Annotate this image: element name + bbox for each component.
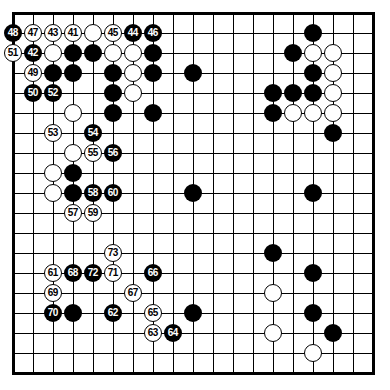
board-cell: [143, 43, 163, 63]
board-cell: [103, 3, 123, 23]
white-stone: 61: [44, 264, 62, 282]
board-cell: [363, 123, 383, 143]
white-stone: [324, 104, 342, 122]
board-cell: [63, 283, 83, 303]
white-stone: 55: [84, 144, 102, 162]
white-stone: 73: [104, 244, 122, 262]
board-cell: [263, 243, 283, 263]
board-cell: [43, 323, 63, 343]
board-cell: [163, 263, 183, 283]
board-cell: [203, 3, 223, 23]
board-cell: [83, 303, 103, 323]
board-cell: [263, 63, 283, 83]
move-number: 57: [68, 208, 78, 218]
black-stone: [304, 24, 322, 42]
board-cell: [323, 303, 343, 323]
white-stone: [324, 84, 342, 102]
board-cell: [243, 43, 263, 63]
move-number: 64: [168, 328, 178, 338]
board-cell: [83, 283, 103, 303]
white-stone: [44, 44, 62, 62]
board-cell: [323, 63, 343, 83]
board-cell: [283, 343, 303, 363]
board-cell: [323, 283, 343, 303]
board-cell: [283, 363, 303, 383]
black-stone: [324, 324, 342, 342]
board-cell: [3, 343, 23, 363]
board-cell: [203, 83, 223, 103]
board-cell: [43, 103, 63, 123]
board-cell: [63, 143, 83, 163]
board-cell: 70: [43, 303, 63, 323]
board-cell: [223, 43, 243, 63]
board-cell: [263, 183, 283, 203]
white-stone: [64, 104, 82, 122]
board-cell: [263, 123, 283, 143]
move-number: 51: [8, 48, 18, 58]
white-stone: [284, 104, 302, 122]
board-cell: 67: [123, 283, 143, 303]
board-cell: [163, 303, 183, 323]
board-cell: [363, 303, 383, 323]
board-cell: [163, 63, 183, 83]
board-cell: [143, 103, 163, 123]
board-cell: [23, 103, 43, 123]
move-number: 61: [48, 268, 58, 278]
board-cell: [323, 163, 343, 183]
board-cell: [123, 363, 143, 383]
board-cell: [23, 343, 43, 363]
board-cell: [163, 163, 183, 183]
board-cell: [83, 363, 103, 383]
board-cell: [343, 63, 363, 83]
black-stone: [104, 64, 122, 82]
board-cell: [263, 83, 283, 103]
black-stone: [184, 304, 202, 322]
board-cell: [343, 243, 363, 263]
white-stone: 71: [104, 264, 122, 282]
board-cell: [223, 163, 243, 183]
board-cell: 60: [103, 183, 123, 203]
white-stone: [264, 324, 282, 342]
board-cell: 43: [43, 23, 63, 43]
move-number: 50: [28, 88, 38, 98]
board-cell: [103, 163, 123, 183]
board-cell: [123, 323, 143, 343]
black-stone: [304, 84, 322, 102]
board-cell: [103, 343, 123, 363]
board-cell: [283, 43, 303, 63]
board-cell: [143, 223, 163, 243]
board-cell: [303, 3, 323, 23]
black-stone: 66: [144, 264, 162, 282]
board-cell: [83, 103, 103, 123]
board-cell: [303, 203, 323, 223]
board-cell: [363, 243, 383, 263]
board-cell: 49: [23, 63, 43, 83]
board-cell: [83, 163, 103, 183]
move-number: 56: [108, 148, 118, 158]
board-cell: [223, 243, 243, 263]
board-cell: [263, 3, 283, 23]
board-cell: [363, 343, 383, 363]
move-number: 60: [108, 188, 118, 198]
board-cell: [343, 343, 363, 363]
black-stone: [144, 104, 162, 122]
board-cell: [343, 323, 363, 343]
board-cell: [203, 123, 223, 143]
black-stone: [64, 44, 82, 62]
board-cell: [123, 83, 143, 103]
board-cell: 41: [63, 23, 83, 43]
board-cell: 55: [83, 143, 103, 163]
board-cell: [263, 203, 283, 223]
board-cell: [163, 143, 183, 163]
board-cell: [183, 323, 203, 343]
white-stone: [304, 44, 322, 62]
board-cell: 51: [3, 43, 23, 63]
board-cell: 72: [83, 263, 103, 283]
board-cell: [83, 343, 103, 363]
board-cell: [123, 163, 143, 183]
black-stone: 64: [164, 324, 182, 342]
board-cell: [143, 143, 163, 163]
board-cell: [363, 203, 383, 223]
board-cell: 65: [143, 303, 163, 323]
board-cell: [203, 243, 223, 263]
board-cell: [63, 223, 83, 243]
board-cell: [183, 3, 203, 23]
board-cell: [223, 103, 243, 123]
board-cell: [303, 63, 323, 83]
board-cell: [283, 123, 303, 143]
board-cell: [243, 83, 263, 103]
board-cell: [103, 103, 123, 123]
board-cell: [183, 363, 203, 383]
board-cell: [243, 3, 263, 23]
board-cell: [43, 143, 63, 163]
move-number: 68: [68, 268, 78, 278]
board-cell: [363, 163, 383, 183]
black-stone: [284, 84, 302, 102]
board-cell: 61: [43, 263, 63, 283]
white-stone: [44, 184, 62, 202]
board-cell: 63: [143, 323, 163, 343]
board-cell: [83, 3, 103, 23]
board-cell: [43, 203, 63, 223]
black-stone: [304, 64, 322, 82]
board-cell: [123, 123, 143, 143]
move-number: 45: [108, 28, 118, 38]
board-cell: [183, 163, 203, 183]
board-cell: [143, 123, 163, 143]
board-cell: [343, 123, 363, 143]
board-cell: [23, 243, 43, 263]
board-cell: 42: [23, 43, 43, 63]
board-cell: [343, 263, 363, 283]
black-stone: [184, 64, 202, 82]
move-number: 66: [148, 268, 158, 278]
board-cell: [163, 343, 183, 363]
board-cell: [323, 263, 343, 283]
board-cell: [223, 83, 243, 103]
board-cell: [263, 343, 283, 363]
board-cell: 47: [23, 23, 43, 43]
board-cell: [323, 223, 343, 243]
board-cell: [103, 323, 123, 343]
board-cell: [323, 143, 343, 163]
board-cell: [223, 203, 243, 223]
board-cell: [163, 123, 183, 143]
board-cell: [283, 103, 303, 123]
board-cell: [283, 143, 303, 163]
board-cell: [63, 43, 83, 63]
board-cell: [303, 123, 323, 143]
board-cell: [103, 223, 123, 243]
board-cell: 59: [83, 203, 103, 223]
board-cell: [363, 23, 383, 43]
white-stone: 57: [64, 204, 82, 222]
board-cell: [363, 103, 383, 123]
board-cell: [343, 203, 363, 223]
board-cell: [243, 183, 263, 203]
board-cell: [163, 23, 183, 43]
board-cell: [123, 263, 143, 283]
board-cell: [23, 123, 43, 143]
board-cell: [43, 363, 63, 383]
board-cell: [83, 83, 103, 103]
board-cell: [243, 63, 263, 83]
board-cell: [263, 43, 283, 63]
board-cell: [203, 43, 223, 63]
board-cell: [343, 163, 363, 183]
board-cell: [343, 83, 363, 103]
board-cell: [183, 123, 203, 143]
board-cell: [363, 323, 383, 343]
board-cell: [123, 63, 143, 83]
board-cell: 62: [103, 303, 123, 323]
board-cell: [123, 343, 143, 363]
board-cell: [63, 183, 83, 203]
board-cell: [23, 203, 43, 223]
board-cell: [163, 103, 183, 123]
board-cell: [303, 23, 323, 43]
move-number: 59: [88, 208, 98, 218]
board-cell: [343, 283, 363, 303]
board-cell: [63, 83, 83, 103]
go-board: 4847434145444651424950525354555658605759…: [3, 3, 383, 383]
board-cell: [3, 3, 23, 23]
board-cell: [203, 183, 223, 203]
board-cell: [183, 43, 203, 63]
black-stone: 48: [4, 24, 22, 42]
board-cell: 57: [63, 203, 83, 223]
board-cell: [343, 223, 363, 243]
board-cell: [163, 203, 183, 223]
board-cell: [143, 243, 163, 263]
move-number: 73: [108, 248, 118, 258]
board-cell: [183, 83, 203, 103]
board-cell: 46: [143, 23, 163, 43]
board-cell: [143, 343, 163, 363]
board-cell: [103, 83, 123, 103]
board-cell: [183, 343, 203, 363]
board-cell: [323, 183, 343, 203]
board-cell: [43, 223, 63, 243]
black-stone: [304, 264, 322, 282]
board-cell: 69: [43, 283, 63, 303]
board-cell: [363, 3, 383, 23]
board-cell: [363, 83, 383, 103]
board-cell: [23, 163, 43, 183]
black-stone: 44: [124, 24, 142, 42]
board-cell: [3, 323, 23, 343]
board-cell: [23, 283, 43, 303]
board-cell: [343, 43, 363, 63]
board-cell: [63, 3, 83, 23]
board-cell: [183, 183, 203, 203]
board-cell: [363, 283, 383, 303]
board-cell: [183, 283, 203, 303]
board-cell: [203, 303, 223, 323]
board-cell: [103, 363, 123, 383]
board-cell: [263, 163, 283, 183]
board-cell: [223, 123, 243, 143]
move-number: 42: [28, 48, 38, 58]
board-cell: [263, 363, 283, 383]
white-stone: [324, 64, 342, 82]
board-cell: [363, 263, 383, 283]
board-cell: [83, 63, 103, 83]
move-number: 55: [88, 148, 98, 158]
black-stone: [264, 244, 282, 262]
board-cell: 71: [103, 263, 123, 283]
board-cell: [283, 283, 303, 303]
board-cell: [303, 43, 323, 63]
board-cell: [323, 103, 343, 123]
black-stone: 60: [104, 184, 122, 202]
move-number: 53: [48, 128, 58, 138]
board-cell: [123, 243, 143, 263]
white-stone: 47: [24, 24, 42, 42]
board-cell: [223, 3, 243, 23]
board-cell: [163, 83, 183, 103]
board-cell: [223, 23, 243, 43]
board-cell: [263, 323, 283, 343]
move-number: 69: [48, 288, 58, 298]
board-cell: [203, 63, 223, 83]
board-cell: [183, 203, 203, 223]
board-cell: [323, 83, 343, 103]
board-cell: [243, 323, 263, 343]
white-stone: 65: [144, 304, 162, 322]
board-cell: [143, 163, 163, 183]
board-cell: [323, 123, 343, 143]
board-cell: [283, 183, 303, 203]
white-stone: [104, 44, 122, 62]
board-cell: 68: [63, 263, 83, 283]
board-cell: 73: [103, 243, 123, 263]
black-stone: 68: [64, 264, 82, 282]
board-cell: [243, 223, 263, 243]
board-cell: [83, 243, 103, 263]
board-cell: [83, 323, 103, 343]
board-cell: [283, 303, 303, 323]
black-stone: [84, 44, 102, 62]
board-cell: [43, 43, 63, 63]
board-cell: [263, 303, 283, 323]
move-number: 54: [88, 128, 98, 138]
board-cell: [103, 283, 123, 303]
board-cell: [283, 83, 303, 103]
board-cell: [123, 143, 143, 163]
board-cell: [123, 183, 143, 203]
black-stone: [144, 64, 162, 82]
board-cell: 53: [43, 123, 63, 143]
white-stone: 49: [24, 64, 42, 82]
board-cell: [223, 303, 243, 323]
black-stone: [304, 184, 322, 202]
board-cell: [303, 223, 323, 243]
board-cell: [243, 163, 263, 183]
board-cell: [363, 183, 383, 203]
black-stone: [324, 124, 342, 142]
board-cell: [143, 283, 163, 303]
board-cell: [63, 303, 83, 323]
board-cell: [263, 283, 283, 303]
white-stone: [84, 24, 102, 42]
board-cell: [163, 3, 183, 23]
white-stone: 53: [44, 124, 62, 142]
move-number: 71: [108, 268, 118, 278]
board-cell: [243, 143, 263, 163]
board-cell: [243, 203, 263, 223]
board-cell: [203, 23, 223, 43]
board-cell: [223, 143, 243, 163]
board-cell: [3, 283, 23, 303]
white-stone: 45: [104, 24, 122, 42]
board-cell: [303, 343, 323, 363]
board-cell: [223, 183, 243, 203]
board-cell: [163, 243, 183, 263]
board-cell: [203, 163, 223, 183]
board-cell: [223, 63, 243, 83]
move-number: 63: [148, 328, 158, 338]
board-cell: [163, 183, 183, 203]
board-cell: [203, 363, 223, 383]
board-cell: [183, 243, 203, 263]
board-cell: [103, 123, 123, 143]
black-stone: 54: [84, 124, 102, 142]
board-cell: [43, 3, 63, 23]
move-number: 47: [28, 28, 38, 38]
board-cell: [323, 243, 343, 263]
board-cell: [223, 323, 243, 343]
board-cell: [323, 363, 343, 383]
board-cell: [3, 63, 23, 83]
black-stone: [264, 104, 282, 122]
board-cell: [203, 223, 223, 243]
board-cell: [3, 123, 23, 143]
board-cell: 66: [143, 263, 163, 283]
board-cell: [3, 163, 23, 183]
board-cell: [223, 223, 243, 243]
board-cell: [63, 343, 83, 363]
board-cell: [343, 3, 363, 23]
black-stone: [64, 304, 82, 322]
board-cell: [323, 23, 343, 43]
board-cell: 44: [123, 23, 143, 43]
